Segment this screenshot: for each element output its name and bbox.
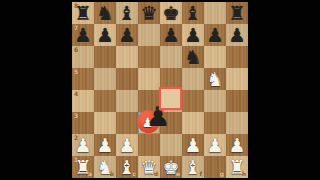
square-d5[interactable] — [138, 68, 160, 90]
square-f4[interactable] — [182, 90, 204, 112]
white-bishop[interactable]: ♝ — [182, 156, 204, 178]
white-knight[interactable]: ♞ — [94, 156, 116, 178]
square-a5[interactable]: 5 — [72, 68, 94, 90]
black-bishop[interactable]: ♝ — [182, 2, 204, 24]
rank-label-3: 3 — [74, 113, 78, 119]
black-bishop[interactable]: ♝ — [116, 2, 138, 24]
square-g4[interactable] — [204, 90, 226, 112]
square-c6[interactable] — [116, 46, 138, 68]
square-g1[interactable]: g — [204, 156, 226, 178]
square-a6[interactable]: 6 — [72, 46, 94, 68]
black-pawn[interactable]: ♟ — [72, 24, 94, 46]
square-g3[interactable] — [204, 112, 226, 134]
rank-label-6: 6 — [74, 47, 78, 53]
rank-label-4: 4 — [74, 91, 78, 97]
black-rook[interactable]: ♜ — [72, 2, 94, 24]
square-b4[interactable] — [94, 90, 116, 112]
black-knight[interactable]: ♞ — [182, 46, 204, 68]
square-a3[interactable]: 3 — [72, 112, 94, 134]
black-pawn[interactable]: ♟ — [226, 24, 248, 46]
white-rook[interactable]: ♜ — [72, 156, 94, 178]
video-frame: 87654321abcdefgh♜♞♝♛♚♝♜♟♟♟♟♟♟♟♞♞♟♟♟♟♟♟♜♞… — [0, 0, 320, 180]
square-h3[interactable] — [226, 112, 248, 134]
chessboard[interactable]: 87654321abcdefgh♜♞♝♛♚♝♜♟♟♟♟♟♟♟♞♞♟♟♟♟♟♟♜♞… — [72, 2, 248, 178]
square-h5[interactable] — [226, 68, 248, 90]
white-pawn[interactable]: ♟ — [72, 134, 94, 156]
square-c4[interactable] — [116, 90, 138, 112]
white-bishop[interactable]: ♝ — [116, 156, 138, 178]
white-knight[interactable]: ♞ — [204, 68, 226, 90]
square-b5[interactable] — [94, 68, 116, 90]
black-queen[interactable]: ♛ — [138, 2, 160, 24]
square-f5[interactable] — [182, 68, 204, 90]
square-e6[interactable] — [160, 46, 182, 68]
white-pawn[interactable]: ♟ — [204, 134, 226, 156]
square-b3[interactable] — [94, 112, 116, 134]
black-pawn[interactable]: ♟ — [182, 24, 204, 46]
drag-target-square-callout — [159, 87, 182, 110]
black-rook[interactable]: ♜ — [226, 2, 248, 24]
square-e2[interactable] — [160, 134, 182, 156]
white-rook[interactable]: ♜ — [226, 156, 248, 178]
white-pawn[interactable]: ♟ — [116, 134, 138, 156]
white-pawn[interactable]: ♟ — [226, 134, 248, 156]
white-pawn[interactable]: ♟ — [94, 134, 116, 156]
file-label-g: g — [220, 171, 224, 177]
rank-label-5: 5 — [74, 69, 78, 75]
square-g8[interactable] — [204, 2, 226, 24]
black-pawn[interactable]: ♟ — [204, 24, 226, 46]
black-king[interactable]: ♚ — [160, 2, 182, 24]
square-a4[interactable]: 4 — [72, 90, 94, 112]
white-king[interactable]: ♚ — [160, 156, 182, 178]
square-c5[interactable] — [116, 68, 138, 90]
black-knight[interactable]: ♞ — [94, 2, 116, 24]
white-pawn[interactable]: ♟ — [182, 134, 204, 156]
square-c3[interactable] — [116, 112, 138, 134]
square-h4[interactable] — [226, 90, 248, 112]
white-queen[interactable]: ♛ — [138, 156, 160, 178]
square-f3[interactable] — [182, 112, 204, 134]
square-d2[interactable] — [138, 134, 160, 156]
square-d6[interactable] — [138, 46, 160, 68]
square-d7[interactable] — [138, 24, 160, 46]
square-g6[interactable] — [204, 46, 226, 68]
square-b6[interactable] — [94, 46, 116, 68]
black-pawn[interactable]: ♟ — [94, 24, 116, 46]
black-pawn[interactable]: ♟ — [116, 24, 138, 46]
square-h6[interactable] — [226, 46, 248, 68]
black-pawn[interactable]: ♟ — [160, 24, 182, 46]
